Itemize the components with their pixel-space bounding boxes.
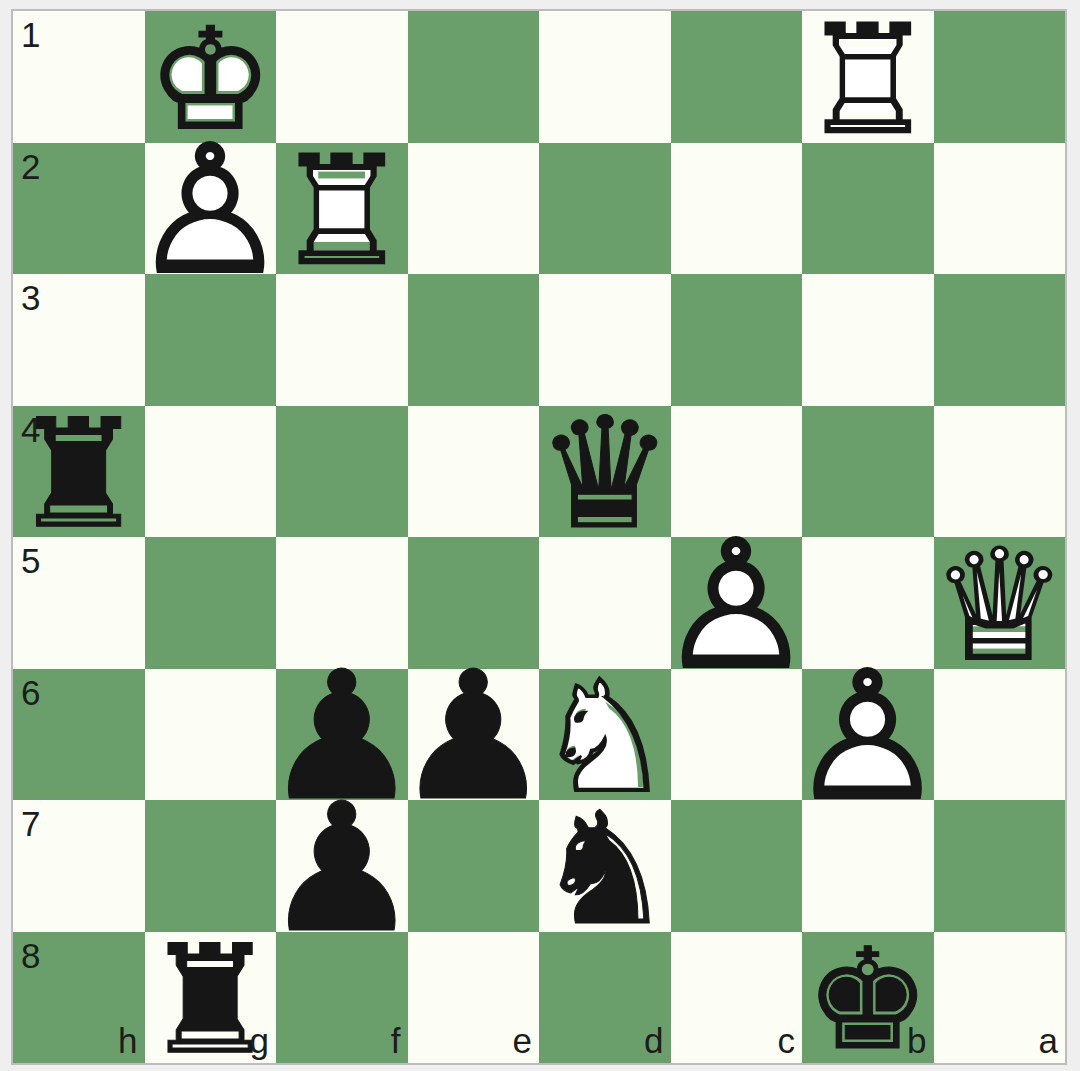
chess-board: ♚♔♜♖♟♙♜♖♜♛♟♙♛♕♟♟♞♘♟♙♟♞♜♚12345678hgfedcba — [11, 9, 1067, 1065]
square-g4[interactable] — [145, 406, 277, 538]
square-b4[interactable] — [802, 406, 934, 538]
square-e2[interactable] — [408, 143, 540, 275]
square-a3[interactable] — [934, 274, 1066, 406]
square-c1[interactable] — [671, 11, 803, 143]
file-label-b: b — [907, 1021, 926, 1061]
file-label-h: h — [118, 1021, 137, 1061]
square-e3[interactable] — [408, 274, 540, 406]
rank-label-4: 4 — [21, 410, 40, 450]
black-piece-fill-glyph: ♟ — [262, 780, 422, 958]
square-b3[interactable] — [802, 274, 934, 406]
white-piece-outline-glyph: ♖ — [275, 136, 409, 286]
square-c3[interactable] — [671, 274, 803, 406]
square-e6[interactable]: ♟ — [408, 669, 540, 801]
square-c5[interactable]: ♟♙ — [671, 537, 803, 669]
white-piece-outline-glyph: ♙ — [130, 122, 290, 300]
square-a1[interactable] — [934, 11, 1066, 143]
white-piece-outline-glyph: ♕ — [930, 529, 1068, 683]
square-b6[interactable]: ♟♙ — [802, 669, 934, 801]
piece-black-queen[interactable]: ♛ — [539, 409, 671, 541]
square-d1[interactable] — [539, 11, 671, 143]
square-b1[interactable]: ♜♖ — [802, 11, 934, 143]
piece-white-pawn[interactable]: ♟♙ — [671, 540, 803, 672]
piece-white-rook[interactable]: ♜♖ — [802, 14, 934, 146]
rank-label-8: 8 — [21, 936, 40, 976]
square-a5[interactable]: ♛♕ — [934, 537, 1066, 669]
square-d4[interactable]: ♛ — [539, 406, 671, 538]
square-a7[interactable] — [934, 800, 1066, 932]
square-e4[interactable] — [408, 406, 540, 538]
black-piece-fill-glyph: ♛ — [536, 397, 674, 551]
rank-label-1: 1 — [21, 15, 40, 55]
rank-label-6: 6 — [21, 673, 40, 713]
rank-label-7: 7 — [21, 804, 40, 844]
piece-white-rook[interactable]: ♜♖ — [276, 146, 408, 278]
file-label-e: e — [513, 1021, 532, 1061]
rank-label-3: 3 — [21, 278, 40, 318]
square-g6[interactable] — [145, 669, 277, 801]
square-a2[interactable] — [934, 143, 1066, 275]
piece-white-queen[interactable]: ♛♕ — [934, 540, 1066, 672]
piece-black-pawn[interactable]: ♟ — [276, 803, 408, 935]
white-piece-outline-glyph: ♖ — [801, 5, 935, 155]
white-piece-outline-glyph: ♙ — [788, 648, 948, 826]
file-label-g: g — [250, 1021, 269, 1061]
black-piece-fill-glyph: ♞ — [535, 791, 675, 947]
square-g2[interactable]: ♟♙ — [145, 143, 277, 275]
square-f7[interactable]: ♟ — [276, 800, 408, 932]
square-f1[interactable] — [276, 11, 408, 143]
rank-label-2: 2 — [21, 147, 40, 187]
square-d7[interactable]: ♞ — [539, 800, 671, 932]
piece-black-pawn[interactable]: ♟ — [408, 672, 540, 804]
rank-label-5: 5 — [21, 541, 40, 581]
piece-white-pawn[interactable]: ♟♙ — [802, 672, 934, 804]
piece-white-pawn[interactable]: ♟♙ — [145, 146, 277, 278]
square-d2[interactable] — [539, 143, 671, 275]
file-label-f: f — [391, 1021, 401, 1061]
square-c7[interactable] — [671, 800, 803, 932]
square-c2[interactable] — [671, 143, 803, 275]
square-f4[interactable] — [276, 406, 408, 538]
file-label-a: a — [1039, 1021, 1058, 1061]
piece-black-knight[interactable]: ♞ — [539, 803, 671, 935]
square-g7[interactable] — [145, 800, 277, 932]
square-f2[interactable]: ♜♖ — [276, 143, 408, 275]
file-label-d: d — [644, 1021, 663, 1061]
square-e1[interactable] — [408, 11, 540, 143]
square-g5[interactable] — [145, 537, 277, 669]
file-label-c: c — [778, 1021, 796, 1061]
